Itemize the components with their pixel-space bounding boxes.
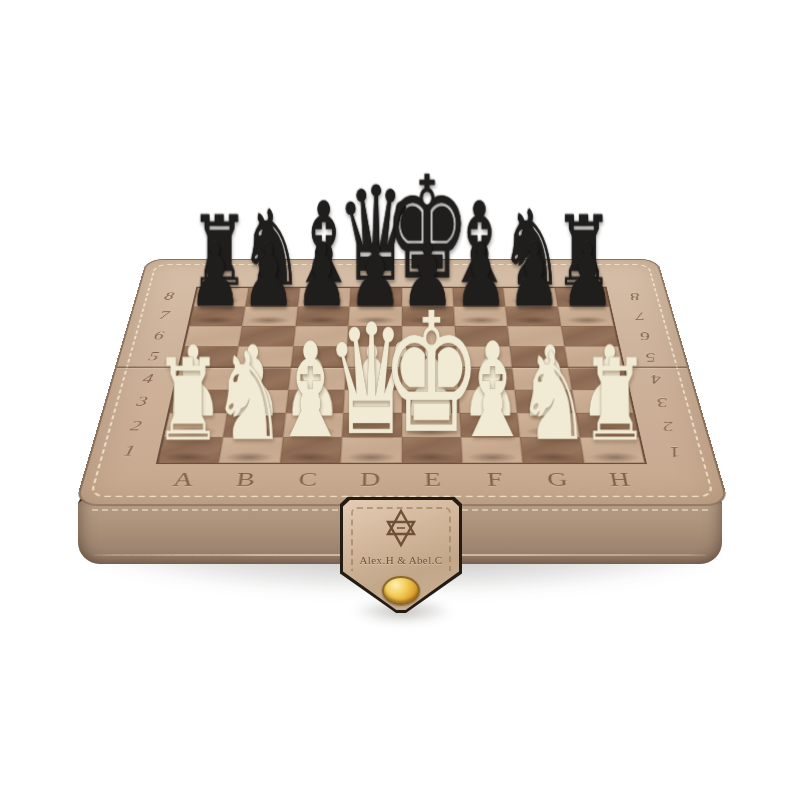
piece-black-rook-h8[interactable]: ♜ [533,203,634,300]
rank-label-right-4: 4 [635,368,677,390]
square-f3[interactable] [458,390,517,413]
square-g8[interactable] [503,288,557,307]
rank-label-right-7: 7 [620,306,659,326]
square-h7[interactable] [557,307,613,326]
rank-label-left-3: 3 [120,390,163,414]
square-d2[interactable] [342,413,401,437]
square-b6[interactable] [239,326,296,346]
square-e8[interactable] [402,288,454,307]
square-d3[interactable] [344,390,402,413]
square-a1[interactable] [158,437,223,462]
square-c6[interactable] [293,326,348,346]
rank-label-right-3: 3 [640,390,683,414]
square-h2[interactable] [575,413,638,437]
square-f1[interactable] [461,437,523,462]
square-e2[interactable] [401,413,460,437]
piece-black-queen-d8[interactable]: ♛ [325,170,426,300]
square-g6[interactable] [508,326,564,346]
rank-label-left-4: 4 [127,368,169,390]
square-c2[interactable] [283,413,344,437]
file-label-h: H [586,467,653,492]
file-label-e: E [401,467,464,492]
square-a7[interactable] [189,307,245,326]
clasp-tab[interactable]: Alex.H & Abel.C [340,497,462,613]
square-d7[interactable] [348,307,401,326]
snap-button[interactable] [382,576,420,605]
square-h5[interactable] [564,346,623,367]
rank-label-right-2: 2 [646,414,690,439]
square-e1[interactable] [401,437,462,462]
square-b7[interactable] [242,307,297,326]
rank-label-left-7: 7 [144,306,183,326]
board-3d-wrapper: ABCDEFGH8877665544332211 ♜♞♝♛♚♝♞♜♟♟♟♟♟♟♟… [0,0,800,800]
piece-black-bishop-f8[interactable]: ♝ [429,189,530,301]
square-b8[interactable] [246,288,300,307]
board-lid-top: ABCDEFGH8877665544332211 ♜♞♝♛♚♝♞♜♟♟♟♟♟♟♟… [74,259,729,506]
square-e6[interactable] [402,326,456,346]
square-c7[interactable] [295,307,349,326]
chess-board [156,287,647,464]
square-g1[interactable] [520,437,584,462]
file-label-d: D [338,467,401,492]
square-d5[interactable] [346,346,401,367]
square-f8[interactable] [452,288,505,307]
square-a3[interactable] [170,390,232,413]
square-h6[interactable] [561,326,619,346]
rank-label-right-6: 6 [625,326,665,347]
file-label-b: B [212,467,278,492]
brand-text: Alex.H & Abel.C [343,554,459,566]
square-h8[interactable] [554,288,609,307]
square-f5[interactable] [456,346,513,367]
rank-label-right-1: 1 [652,438,698,464]
square-g2[interactable] [517,413,579,437]
square-b3[interactable] [228,390,289,413]
square-h1[interactable] [580,437,645,462]
square-f6[interactable] [455,326,510,346]
square-g7[interactable] [505,307,560,326]
piece-black-rook-a8[interactable]: ♜ [169,203,270,300]
rank-label-right-8: 8 [616,287,654,306]
square-a8[interactable] [194,288,249,307]
square-e4[interactable] [401,368,458,390]
square-c4[interactable] [288,368,346,390]
square-h3[interactable] [571,390,633,413]
rank-label-left-6: 6 [139,326,179,347]
rank-label-left-8: 8 [150,287,188,306]
piece-black-knight-b8[interactable]: ♞ [221,196,322,300]
square-b5[interactable] [235,346,293,367]
rank-label-right-5: 5 [630,346,671,368]
piece-black-king-e8[interactable]: ♚ [377,159,478,301]
square-g5[interactable] [510,346,568,367]
square-c1[interactable] [280,437,342,462]
square-d4[interactable] [345,368,402,390]
square-h4[interactable] [568,368,628,390]
square-d8[interactable] [350,288,402,307]
square-e3[interactable] [401,390,459,413]
square-a4[interactable] [175,368,235,390]
square-d1[interactable] [341,437,402,462]
square-f2[interactable] [459,413,520,437]
clasp-leather: Alex.H & Abel.C [343,500,459,610]
file-label-c: C [275,467,340,492]
file-label-g: G [525,467,591,492]
square-f4[interactable] [457,368,515,390]
product-photo: ABCDEFGH8877665544332211 ♜♞♝♛♚♝♞♜♟♟♟♟♟♟♟… [0,0,800,800]
square-e7[interactable] [402,307,455,326]
rank-label-left-2: 2 [113,414,157,439]
square-a2[interactable] [164,413,227,437]
square-g4[interactable] [512,368,571,390]
square-c8[interactable] [298,288,351,307]
square-b1[interactable] [219,437,283,462]
square-e5[interactable] [401,346,456,367]
square-a6[interactable] [185,326,243,346]
file-label-a: A [149,467,216,492]
square-b2[interactable] [223,413,285,437]
rank-label-left-5: 5 [133,346,174,368]
rank-label-left-1: 1 [106,438,152,464]
square-c5[interactable] [291,346,348,367]
square-f7[interactable] [453,307,507,326]
square-g3[interactable] [515,390,576,413]
square-a5[interactable] [180,346,239,367]
piece-black-bishop-c8[interactable]: ♝ [273,189,374,301]
square-b4[interactable] [231,368,290,390]
brand-emblem-icon [378,508,424,552]
file-label-f: F [463,467,527,492]
piece-black-knight-g8[interactable]: ♞ [481,196,582,300]
square-c3[interactable] [286,390,345,413]
square-d6[interactable] [347,326,401,346]
